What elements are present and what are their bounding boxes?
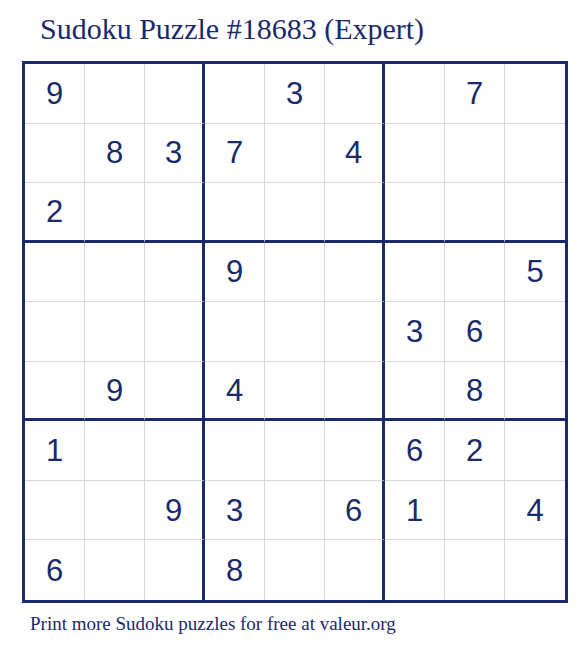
cell-r3c2-empty — [85, 183, 145, 243]
cell-r6c2-given: 9 — [85, 362, 145, 422]
cell-r1c9-empty — [505, 64, 565, 124]
cell-r4c4-given: 9 — [205, 243, 265, 303]
cell-r3c8-empty — [445, 183, 505, 243]
cell-r7c1-given: 1 — [25, 421, 85, 481]
cell-r9c4-given: 8 — [205, 540, 265, 600]
cell-r8c7-given: 1 — [385, 481, 445, 541]
cell-r2c4-given: 7 — [205, 124, 265, 184]
cell-r1c7-empty — [385, 64, 445, 124]
cell-r2c1-empty — [25, 124, 85, 184]
cell-r5c7-given: 3 — [385, 302, 445, 362]
cell-r7c3-empty — [145, 421, 205, 481]
cell-r3c5-empty — [265, 183, 325, 243]
cell-r6c6-empty — [325, 362, 385, 422]
cell-r4c8-empty — [445, 243, 505, 303]
cell-r7c9-empty — [505, 421, 565, 481]
cell-r5c5-empty — [265, 302, 325, 362]
cell-r8c6-given: 6 — [325, 481, 385, 541]
cell-r5c1-empty — [25, 302, 85, 362]
cell-r9c3-empty — [145, 540, 205, 600]
cell-r9c8-empty — [445, 540, 505, 600]
cell-r3c1-given: 2 — [25, 183, 85, 243]
cell-r6c4-given: 4 — [205, 362, 265, 422]
cell-r5c9-empty — [505, 302, 565, 362]
cell-r2c8-empty — [445, 124, 505, 184]
cell-r9c2-empty — [85, 540, 145, 600]
cell-r1c5-given: 3 — [265, 64, 325, 124]
cell-r5c3-empty — [145, 302, 205, 362]
cell-r1c2-empty — [85, 64, 145, 124]
cell-r5c2-empty — [85, 302, 145, 362]
cell-r4c3-empty — [145, 243, 205, 303]
page-title: Sudoku Puzzle #18683 (Expert) — [40, 12, 424, 46]
cell-r6c5-empty — [265, 362, 325, 422]
cell-r9c6-empty — [325, 540, 385, 600]
cell-r1c1-given: 9 — [25, 64, 85, 124]
cell-r9c9-empty — [505, 540, 565, 600]
cell-r4c5-empty — [265, 243, 325, 303]
cell-r4c6-empty — [325, 243, 385, 303]
cell-r1c6-empty — [325, 64, 385, 124]
cell-r2c6-given: 4 — [325, 124, 385, 184]
cell-r8c8-empty — [445, 481, 505, 541]
cell-r3c6-empty — [325, 183, 385, 243]
cell-r8c4-given: 3 — [205, 481, 265, 541]
cell-r5c6-empty — [325, 302, 385, 362]
sudoku-board: 9378374295369481629361468 — [22, 61, 568, 603]
cell-r2c9-empty — [505, 124, 565, 184]
cell-r3c4-empty — [205, 183, 265, 243]
cell-r9c5-empty — [265, 540, 325, 600]
cell-r8c9-given: 4 — [505, 481, 565, 541]
cell-r6c1-empty — [25, 362, 85, 422]
cell-r6c8-given: 8 — [445, 362, 505, 422]
cell-r6c7-empty — [385, 362, 445, 422]
cell-r8c3-given: 9 — [145, 481, 205, 541]
cell-r5c8-given: 6 — [445, 302, 505, 362]
cell-r6c9-empty — [505, 362, 565, 422]
cell-r4c7-empty — [385, 243, 445, 303]
cell-r5c4-empty — [205, 302, 265, 362]
cell-r7c5-empty — [265, 421, 325, 481]
cell-r7c7-given: 6 — [385, 421, 445, 481]
cell-r9c1-given: 6 — [25, 540, 85, 600]
cell-r2c2-given: 8 — [85, 124, 145, 184]
cell-r8c2-empty — [85, 481, 145, 541]
cell-r7c4-empty — [205, 421, 265, 481]
cell-r3c3-empty — [145, 183, 205, 243]
cell-r1c8-given: 7 — [445, 64, 505, 124]
cell-r7c8-given: 2 — [445, 421, 505, 481]
cell-r4c1-empty — [25, 243, 85, 303]
cell-r9c7-empty — [385, 540, 445, 600]
cell-r2c3-given: 3 — [145, 124, 205, 184]
cell-r1c4-empty — [205, 64, 265, 124]
cell-r3c9-empty — [505, 183, 565, 243]
cell-r7c2-empty — [85, 421, 145, 481]
cell-r4c9-given: 5 — [505, 243, 565, 303]
cell-r8c1-empty — [25, 481, 85, 541]
cell-r3c7-empty — [385, 183, 445, 243]
cell-r2c5-empty — [265, 124, 325, 184]
cell-r4c2-empty — [85, 243, 145, 303]
cell-r1c3-empty — [145, 64, 205, 124]
cell-r8c5-empty — [265, 481, 325, 541]
footer-text: Print more Sudoku puzzles for free at va… — [30, 613, 396, 635]
cell-r6c3-empty — [145, 362, 205, 422]
cell-r7c6-empty — [325, 421, 385, 481]
cell-r2c7-empty — [385, 124, 445, 184]
